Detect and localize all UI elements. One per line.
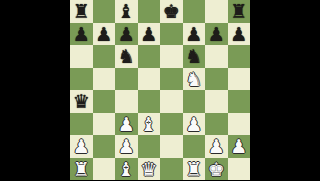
square-g7[interactable]: ♟ [205,23,228,46]
square-b4[interactable] [93,90,116,113]
square-a8[interactable]: ♜ [70,0,93,23]
piece-white-pawn[interactable]: ♟ [118,135,135,157]
square-h4[interactable] [228,90,251,113]
square-b1[interactable] [93,158,116,181]
square-b8[interactable] [93,0,116,23]
square-f2[interactable] [183,135,206,158]
square-b5[interactable] [93,68,116,91]
square-d8[interactable] [138,0,161,23]
square-h5[interactable] [228,68,251,91]
square-a3[interactable] [70,113,93,136]
square-a2[interactable]: ♟ [70,135,93,158]
square-e5[interactable] [160,68,183,91]
square-h3[interactable] [228,113,251,136]
piece-black-rook[interactable]: ♜ [230,0,247,22]
square-d2[interactable] [138,135,161,158]
square-h6[interactable] [228,45,251,68]
square-h8[interactable]: ♜ [228,0,251,23]
piece-black-knight[interactable]: ♞ [118,45,135,67]
piece-white-king[interactable]: ♚ [208,158,225,180]
square-b2[interactable] [93,135,116,158]
app-window: ♜♝♚♜♟♟♟♟♟♟♟♞♞♞♛♟♝♟♟♟♟♟♜♝♛♜♚ [0,0,320,180]
square-e6[interactable] [160,45,183,68]
square-f8[interactable] [183,0,206,23]
square-d7[interactable]: ♟ [138,23,161,46]
square-e1[interactable] [160,158,183,181]
square-f4[interactable] [183,90,206,113]
square-d5[interactable] [138,68,161,91]
square-f1[interactable]: ♜ [183,158,206,181]
piece-white-pawn[interactable]: ♟ [208,135,225,157]
square-d1[interactable]: ♛ [138,158,161,181]
piece-black-king[interactable]: ♚ [163,0,180,22]
square-a4[interactable]: ♛ [70,90,93,113]
square-g5[interactable] [205,68,228,91]
piece-white-bishop[interactable]: ♝ [118,158,135,180]
square-f3[interactable]: ♟ [183,113,206,136]
square-f5[interactable]: ♞ [183,68,206,91]
square-b6[interactable] [93,45,116,68]
piece-black-pawn[interactable]: ♟ [118,23,135,45]
square-c2[interactable]: ♟ [115,135,138,158]
square-g1[interactable]: ♚ [205,158,228,181]
square-f6[interactable]: ♞ [183,45,206,68]
square-h7[interactable]: ♟ [228,23,251,46]
piece-white-pawn[interactable]: ♟ [230,135,247,157]
square-a1[interactable]: ♜ [70,158,93,181]
square-c5[interactable] [115,68,138,91]
square-b3[interactable] [93,113,116,136]
piece-white-rook[interactable]: ♜ [73,158,90,180]
square-g6[interactable] [205,45,228,68]
square-g4[interactable] [205,90,228,113]
square-c1[interactable]: ♝ [115,158,138,181]
square-g8[interactable] [205,0,228,23]
square-e8[interactable]: ♚ [160,0,183,23]
square-e7[interactable] [160,23,183,46]
square-c7[interactable]: ♟ [115,23,138,46]
piece-white-pawn[interactable]: ♟ [73,135,90,157]
piece-white-rook[interactable]: ♜ [185,158,202,180]
piece-black-pawn[interactable]: ♟ [185,23,202,45]
square-f7[interactable]: ♟ [183,23,206,46]
piece-black-rook[interactable]: ♜ [73,0,90,22]
piece-white-bishop[interactable]: ♝ [140,113,157,135]
square-a6[interactable] [70,45,93,68]
square-g2[interactable]: ♟ [205,135,228,158]
chess-board: ♜♝♚♜♟♟♟♟♟♟♟♞♞♞♛♟♝♟♟♟♟♟♜♝♛♜♚ [70,0,250,180]
piece-black-pawn[interactable]: ♟ [230,23,247,45]
square-a5[interactable] [70,68,93,91]
square-h2[interactable]: ♟ [228,135,251,158]
square-g3[interactable] [205,113,228,136]
piece-white-pawn[interactable]: ♟ [118,113,135,135]
square-a7[interactable]: ♟ [70,23,93,46]
square-e4[interactable] [160,90,183,113]
piece-black-bishop[interactable]: ♝ [118,0,135,22]
square-d6[interactable] [138,45,161,68]
piece-black-pawn[interactable]: ♟ [95,23,112,45]
piece-black-knight[interactable]: ♞ [185,45,202,67]
square-d3[interactable]: ♝ [138,113,161,136]
piece-white-queen[interactable]: ♛ [140,158,157,180]
piece-white-pawn[interactable]: ♟ [185,113,202,135]
piece-white-knight[interactable]: ♞ [185,68,202,90]
square-b7[interactable]: ♟ [93,23,116,46]
piece-black-queen[interactable]: ♛ [73,90,90,112]
square-c8[interactable]: ♝ [115,0,138,23]
square-c3[interactable]: ♟ [115,113,138,136]
square-c6[interactable]: ♞ [115,45,138,68]
square-d4[interactable] [138,90,161,113]
piece-black-pawn[interactable]: ♟ [73,23,90,45]
square-h1[interactable] [228,158,251,181]
piece-black-pawn[interactable]: ♟ [140,23,157,45]
square-c4[interactable] [115,90,138,113]
square-e3[interactable] [160,113,183,136]
square-e2[interactable] [160,135,183,158]
piece-black-pawn[interactable]: ♟ [208,23,225,45]
